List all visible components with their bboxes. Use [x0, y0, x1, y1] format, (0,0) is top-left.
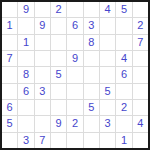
sudoku-cell-r1c1[interactable] [2, 2, 17, 17]
sudoku-cell-r1c7: 4 [100, 2, 115, 17]
sudoku-cell-r4c5: 9 [67, 51, 82, 66]
sudoku-cell-r7c6: 5 [84, 100, 99, 115]
sudoku-cell-r8c2[interactable] [18, 116, 33, 131]
sudoku-cell-r5c7[interactable] [100, 67, 115, 82]
sudoku-cell-r9c5[interactable] [67, 133, 82, 148]
sudoku-cell-r2c6: 3 [84, 18, 99, 33]
sudoku-cell-r5c1[interactable] [2, 67, 17, 82]
sudoku-cell-r6c1[interactable] [2, 84, 17, 99]
sudoku-cell-r6c9[interactable] [133, 84, 148, 99]
sudoku-cell-r3c8[interactable] [116, 35, 131, 50]
sudoku-cell-r4c1: 7 [2, 51, 17, 66]
sudoku-cell-r2c1: 1 [2, 18, 17, 33]
sudoku-board: 92451963218779485663565259234371 [0, 0, 150, 150]
sudoku-cell-r3c7[interactable] [100, 35, 115, 50]
sudoku-cell-r6c3: 3 [35, 84, 50, 99]
sudoku-cell-r5c5[interactable] [67, 67, 82, 82]
sudoku-cell-r2c8[interactable] [116, 18, 131, 33]
sudoku-cell-r6c5[interactable] [67, 84, 82, 99]
sudoku-cell-r4c8: 4 [116, 51, 131, 66]
sudoku-cell-r2c4[interactable] [51, 18, 66, 33]
sudoku-cell-r6c8[interactable] [116, 84, 131, 99]
sudoku-cell-r6c6[interactable] [84, 84, 99, 99]
sudoku-cell-r5c8: 6 [116, 67, 131, 82]
sudoku-cell-r2c7[interactable] [100, 18, 115, 33]
sudoku-cell-r6c2: 6 [18, 84, 33, 99]
sudoku-cell-r8c5: 2 [67, 116, 82, 131]
sudoku-cell-r7c1: 6 [2, 100, 17, 115]
sudoku-cell-r9c2: 3 [18, 133, 33, 148]
sudoku-cell-r9c3: 7 [35, 133, 50, 148]
sudoku-cell-r7c2[interactable] [18, 100, 33, 115]
sudoku-cell-r5c4: 5 [51, 67, 66, 82]
sudoku-cell-r8c4: 9 [51, 116, 66, 131]
sudoku-cell-r8c3[interactable] [35, 116, 50, 131]
sudoku-cell-r7c5[interactable] [67, 100, 82, 115]
sudoku-cell-r3c5[interactable] [67, 35, 82, 50]
sudoku-cell-r2c3: 9 [35, 18, 50, 33]
sudoku-cell-r4c9[interactable] [133, 51, 148, 66]
sudoku-cell-r4c6[interactable] [84, 51, 99, 66]
sudoku-cell-r2c2[interactable] [18, 18, 33, 33]
sudoku-cell-r1c9[interactable] [133, 2, 148, 17]
sudoku-cell-r8c9: 4 [133, 116, 148, 131]
sudoku-cell-r9c9[interactable] [133, 133, 148, 148]
sudoku-cell-r6c4[interactable] [51, 84, 66, 99]
sudoku-cell-r2c9: 2 [133, 18, 148, 33]
sudoku-cell-r3c1[interactable] [2, 35, 17, 50]
sudoku-cell-r5c3[interactable] [35, 67, 50, 82]
sudoku-cell-r4c7[interactable] [100, 51, 115, 66]
sudoku-cell-r5c6[interactable] [84, 67, 99, 82]
sudoku-cell-r8c7: 3 [100, 116, 115, 131]
sudoku-cell-r4c4[interactable] [51, 51, 66, 66]
sudoku-cell-r7c3[interactable] [35, 100, 50, 115]
sudoku-cell-r1c6[interactable] [84, 2, 99, 17]
sudoku-cell-r7c8: 2 [116, 100, 131, 115]
sudoku-cell-r7c4[interactable] [51, 100, 66, 115]
sudoku-cell-r9c6[interactable] [84, 133, 99, 148]
sudoku-cell-r8c6[interactable] [84, 116, 99, 131]
sudoku-cell-r3c6: 8 [84, 35, 99, 50]
sudoku-cell-r9c8: 1 [116, 133, 131, 148]
sudoku-cell-r9c7[interactable] [100, 133, 115, 148]
sudoku-cell-r5c2: 8 [18, 67, 33, 82]
sudoku-cell-r8c8[interactable] [116, 116, 131, 131]
sudoku-cell-r3c2: 1 [18, 35, 33, 50]
sudoku-cell-r1c4: 2 [51, 2, 66, 17]
sudoku-cell-r7c7[interactable] [100, 100, 115, 115]
sudoku-cell-r4c3[interactable] [35, 51, 50, 66]
sudoku-cell-r7c9[interactable] [133, 100, 148, 115]
sudoku-cell-r3c9: 7 [133, 35, 148, 50]
sudoku-cell-r9c1[interactable] [2, 133, 17, 148]
sudoku-cell-r6c7: 5 [100, 84, 115, 99]
sudoku-cell-r3c4[interactable] [51, 35, 66, 50]
sudoku-cell-r1c3[interactable] [35, 2, 50, 17]
sudoku-cell-r3c3[interactable] [35, 35, 50, 50]
sudoku-cell-r5c9[interactable] [133, 67, 148, 82]
sudoku-cell-r1c5[interactable] [67, 2, 82, 17]
sudoku-cell-r2c5: 6 [67, 18, 82, 33]
sudoku-cell-r9c4[interactable] [51, 133, 66, 148]
sudoku-cell-r4c2[interactable] [18, 51, 33, 66]
sudoku-cell-r1c8: 5 [116, 2, 131, 17]
sudoku-cell-r1c2: 9 [18, 2, 33, 17]
sudoku-cell-r8c1: 5 [2, 116, 17, 131]
